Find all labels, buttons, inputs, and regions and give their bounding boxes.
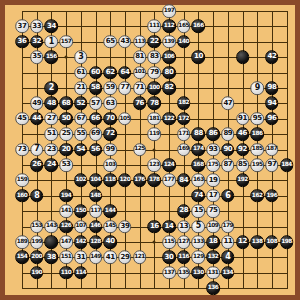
move-number: 42 — [268, 54, 277, 61]
black-stone: 120 — [118, 174, 132, 188]
black-stone: 2 — [45, 81, 59, 95]
white-stone: 15 — [192, 204, 206, 218]
move-number: 116 — [178, 254, 189, 260]
white-stone: 117 — [89, 204, 103, 218]
white-stone: 125 — [133, 143, 147, 157]
move-number: 121 — [134, 254, 145, 260]
black-stone: 22 — [147, 35, 161, 49]
white-stone: 39 — [118, 220, 132, 234]
white-stone: 159 — [15, 174, 29, 188]
white-stone: 71 — [133, 81, 147, 95]
move-number: 127 — [178, 239, 189, 245]
move-number: 185 — [252, 147, 263, 153]
move-number: 99 — [106, 146, 115, 153]
white-stone: 139 — [162, 35, 176, 49]
move-number: 174 — [193, 147, 204, 153]
move-number: 89 — [223, 131, 232, 138]
white-stone: 99 — [103, 143, 117, 157]
move-number: 53 — [62, 161, 71, 168]
move-number: 36 — [18, 38, 27, 45]
move-number: 47 — [223, 100, 232, 107]
black-stone: 190 — [30, 266, 44, 280]
white-stone: 163 — [192, 174, 206, 188]
move-number: 95 — [253, 115, 262, 122]
move-number: 104 — [90, 177, 101, 183]
move-number: 67 — [76, 115, 85, 122]
black-stone: 106 — [162, 50, 176, 64]
move-number: 97 — [268, 161, 277, 168]
black-stone: 102 — [74, 174, 88, 188]
white-stone: 11 — [221, 235, 235, 249]
move-number: 162 — [252, 193, 263, 199]
move-number: 12 — [238, 238, 247, 245]
white-stone: 51 — [45, 127, 59, 141]
white-stone: 169 — [177, 143, 191, 157]
move-number: 82 — [165, 84, 174, 91]
black-stone: 82 — [162, 81, 176, 95]
black-stone: 198 — [280, 235, 294, 249]
move-number: 15 — [194, 208, 203, 215]
white-stone: 165 — [177, 20, 191, 34]
move-number: 30 — [165, 254, 174, 261]
move-number: 1 — [49, 38, 54, 46]
move-number: 135 — [178, 270, 189, 276]
move-number: 126 — [61, 224, 72, 230]
move-number: 14 — [165, 223, 174, 230]
white-stone: 101 — [133, 66, 147, 80]
white-stone: 93 — [206, 143, 220, 157]
move-number: 106 — [164, 54, 175, 60]
black-stone: 24 — [45, 158, 59, 172]
white-stone: 37 — [15, 20, 29, 34]
move-number: 18 — [209, 238, 218, 245]
move-number: 58 — [91, 84, 100, 91]
white-stone: 9 — [250, 81, 264, 95]
white-stone: 175 — [206, 158, 220, 172]
black-stone: 172 — [177, 112, 191, 126]
white-stone: 95 — [250, 112, 264, 126]
black-stone: 194 — [59, 189, 73, 203]
move-number: 29 — [121, 254, 130, 261]
move-number: 7 — [34, 146, 39, 154]
black-stone: 182 — [177, 97, 191, 111]
black-stone: 110 — [59, 266, 73, 280]
move-number: 94 — [268, 100, 277, 107]
black-stone: 144 — [103, 204, 117, 218]
white-stone: 31 — [74, 251, 88, 265]
black-stone: 126 — [59, 220, 73, 234]
move-number: 110 — [61, 270, 72, 276]
move-number: 154 — [17, 254, 28, 260]
move-number: 196 — [267, 193, 278, 199]
white-stone: 29 — [118, 251, 132, 265]
move-number: 48 — [47, 100, 56, 107]
move-number: 61 — [76, 69, 85, 76]
black-stone: 96 — [265, 112, 279, 126]
move-number: 56 — [91, 146, 100, 153]
black-stone: 116 — [177, 251, 191, 265]
black-stone: 74 — [192, 189, 206, 203]
move-number: 49 — [32, 100, 41, 107]
move-number: 25 — [62, 131, 71, 138]
move-number: 149 — [90, 254, 101, 260]
white-stone: 63 — [103, 97, 117, 111]
move-number: 23 — [47, 146, 56, 153]
black-stone: 160 — [15, 189, 29, 203]
black-stone: 94 — [265, 97, 279, 111]
move-number: 132 — [208, 254, 219, 260]
move-number: 70 — [106, 115, 115, 122]
move-number: 198 — [281, 239, 292, 245]
black-stone: 142 — [74, 235, 88, 249]
move-number: 88 — [194, 131, 203, 138]
move-number: 85 — [238, 161, 247, 168]
move-number: 6 — [225, 192, 230, 200]
black-stone: 46 — [236, 127, 250, 141]
move-number: 131 — [208, 270, 219, 276]
black-stone: 80 — [162, 66, 176, 80]
move-number: 9 — [255, 84, 260, 92]
black-stone: 6 — [221, 189, 235, 203]
black-stone: 98 — [265, 81, 279, 95]
black-stone: 122 — [162, 112, 176, 126]
move-number: 141 — [61, 208, 72, 214]
black-stone: 86 — [206, 127, 220, 141]
white-stone: 179 — [221, 220, 235, 234]
move-number: 187 — [267, 147, 278, 153]
move-number: 11 — [223, 238, 232, 245]
black-stone: 34 — [45, 20, 59, 34]
black-stone: 42 — [265, 50, 279, 64]
move-number: 52 — [76, 100, 85, 107]
white-stone: 153 — [30, 220, 44, 234]
move-number: 55 — [76, 131, 85, 138]
white-stone: 197 — [162, 4, 176, 18]
white-stone: 69 — [89, 127, 103, 141]
black-stone: 64 — [118, 66, 132, 80]
move-number: 146 — [90, 224, 101, 230]
move-number: 172 — [178, 116, 189, 122]
move-number: 165 — [178, 23, 189, 29]
move-number: 65 — [106, 38, 115, 45]
white-stone: 131 — [206, 266, 220, 280]
white-stone: 81 — [133, 50, 147, 64]
black-stone: 20 — [59, 143, 73, 157]
move-number: 57 — [91, 100, 100, 107]
move-number: 119 — [149, 131, 160, 137]
black-stone: 78 — [147, 97, 161, 111]
white-stone: 111 — [147, 20, 161, 34]
move-number: 189 — [17, 239, 28, 245]
move-number: 93 — [209, 146, 218, 153]
black-stone: 26 — [30, 158, 44, 172]
move-number: 79 — [150, 69, 159, 76]
black-stone: 68 — [59, 97, 73, 111]
black-stone: 90 — [221, 143, 235, 157]
move-number: 102 — [75, 177, 86, 183]
white-stone: 123 — [147, 158, 161, 172]
move-number: 144 — [105, 208, 116, 214]
move-number: 27 — [47, 115, 56, 122]
move-number: 19 — [209, 177, 218, 184]
black-stone: 84 — [177, 174, 191, 188]
white-stone: 47 — [221, 97, 235, 111]
move-number: 186 — [252, 131, 263, 137]
move-number: 114 — [75, 270, 86, 276]
move-number: 68 — [62, 100, 71, 107]
move-number: 63 — [106, 100, 115, 107]
black-stone: 60 — [89, 66, 103, 80]
move-number: 100 — [149, 85, 160, 91]
move-number: 134 — [222, 270, 233, 276]
white-stone: 115 — [162, 235, 176, 249]
white-stone: 141 — [59, 204, 73, 218]
black-stone — [236, 50, 250, 64]
black-stone: 10 — [192, 50, 206, 64]
move-number: 8 — [34, 192, 39, 200]
move-number: 140 — [178, 39, 189, 45]
move-number: 4 — [225, 253, 230, 261]
move-number: 163 — [193, 177, 204, 183]
white-stone: 177 — [162, 174, 176, 188]
black-stone: 66 — [89, 112, 103, 126]
move-number: 182 — [178, 100, 189, 106]
white-stone: 107 — [74, 220, 88, 234]
move-number: 26 — [32, 161, 41, 168]
hoshi-point — [153, 148, 156, 151]
white-stone: 77 — [118, 81, 132, 95]
white-stone: 143 — [45, 220, 59, 234]
move-number: 181 — [149, 116, 160, 122]
black-stone: 156 — [45, 50, 59, 64]
black-stone: 58 — [89, 81, 103, 95]
white-stone: 33 — [30, 20, 44, 34]
move-number: 72 — [106, 131, 115, 138]
white-stone: 121 — [133, 251, 147, 265]
white-stone: 171 — [177, 127, 191, 141]
white-stone: 19 — [206, 174, 220, 188]
white-stone: 73 — [15, 143, 29, 157]
white-stone: 43 — [118, 35, 132, 49]
move-number: 115 — [164, 239, 175, 245]
move-number: 105 — [120, 116, 131, 122]
move-number: 46 — [238, 131, 247, 138]
black-stone: 28 — [177, 204, 191, 218]
move-number: 35 — [32, 54, 41, 61]
move-number: 21 — [76, 84, 85, 91]
move-number: 64 — [121, 69, 130, 76]
black-stone: 4 — [221, 251, 235, 265]
white-stone: 61 — [74, 66, 88, 80]
black-stone: 40 — [103, 235, 117, 249]
black-stone: 12 — [236, 235, 250, 249]
move-number: 50 — [62, 115, 71, 122]
move-number: 151 — [61, 254, 72, 260]
move-number: 101 — [134, 70, 145, 76]
white-stone: 49 — [30, 97, 44, 111]
move-number: 153 — [31, 224, 42, 230]
move-number: 184 — [281, 162, 292, 168]
move-number: 103 — [105, 162, 116, 168]
black-stone: 16 — [147, 220, 161, 234]
black-stone: 186 — [250, 127, 264, 141]
white-stone: 157 — [59, 35, 73, 49]
black-stone: 100 — [147, 81, 161, 95]
white-stone: 67 — [74, 112, 88, 126]
black-stone: 176 — [133, 174, 147, 188]
black-stone: 150 — [74, 204, 88, 218]
white-stone: 5 — [192, 220, 206, 234]
white-stone: 75 — [206, 204, 220, 218]
move-number: 24 — [47, 161, 56, 168]
black-stone: 50 — [59, 112, 73, 126]
black-stone: 52 — [74, 97, 88, 111]
white-stone: 181 — [147, 112, 161, 126]
white-stone: 55 — [74, 127, 88, 141]
move-number: 71 — [135, 84, 144, 91]
move-number: 111 — [149, 23, 160, 29]
black-stone: 8 — [30, 189, 44, 203]
black-stone: 162 — [250, 189, 264, 203]
white-stone: 7 — [30, 143, 44, 157]
move-number: 139 — [164, 39, 175, 45]
black-stone: 76 — [133, 97, 147, 111]
move-number: 178 — [149, 177, 160, 183]
black-stone: 168 — [192, 158, 206, 172]
move-number: 54 — [76, 146, 85, 153]
white-stone: 3 — [74, 50, 88, 64]
move-number: 122 — [164, 116, 175, 122]
move-number: 129 — [193, 254, 204, 260]
move-number: 51 — [47, 131, 56, 138]
black-stone: 200 — [30, 251, 44, 265]
move-number: 22 — [150, 38, 159, 45]
black-stone: 56 — [89, 143, 103, 157]
move-number: 199 — [31, 239, 42, 245]
white-stone: 57 — [89, 97, 103, 111]
move-number: 90 — [223, 146, 232, 153]
move-number: 128 — [90, 239, 101, 245]
black-stone: 174 — [192, 143, 206, 157]
move-number: 43 — [121, 38, 130, 45]
black-stone: 48 — [45, 97, 59, 111]
black-stone: 88 — [192, 127, 206, 141]
move-number: 192 — [237, 177, 248, 183]
move-number: 171 — [178, 131, 189, 137]
move-number: 13 — [179, 223, 188, 230]
white-stone: 89 — [221, 127, 235, 141]
white-stone: 145 — [103, 220, 117, 234]
white-stone: 79 — [147, 66, 161, 80]
white-stone: 27 — [45, 112, 59, 126]
black-stone: 178 — [147, 174, 161, 188]
black-stone: 30 — [162, 251, 176, 265]
white-stone: 87 — [221, 158, 235, 172]
move-number: 80 — [165, 69, 174, 76]
white-stone: 109 — [206, 220, 220, 234]
move-number: 96 — [268, 115, 277, 122]
white-stone: 187 — [265, 143, 279, 157]
white-stone: 113 — [133, 35, 147, 49]
white-stone: 1 — [45, 35, 59, 49]
move-number: 34 — [47, 23, 56, 30]
black-stone: 112 — [162, 20, 176, 34]
black-stone: 148 — [89, 189, 103, 203]
move-number: 117 — [90, 208, 101, 214]
white-stone: 151 — [59, 251, 73, 265]
move-number: 147 — [61, 239, 72, 245]
move-number: 109 — [208, 224, 219, 230]
move-number: 92 — [238, 146, 247, 153]
white-stone: 189 — [15, 235, 29, 249]
white-stone: 25 — [59, 127, 73, 141]
move-number: 66 — [91, 115, 100, 122]
black-stone: 118 — [103, 174, 117, 188]
white-stone: 35 — [30, 50, 44, 64]
black-stone: 62 — [103, 66, 117, 80]
go-board-diagram: 1973733341111121651663632115765431132213… — [0, 0, 300, 300]
move-number: 157 — [61, 39, 72, 45]
move-number: 38 — [47, 254, 56, 261]
move-number: 17 — [209, 192, 218, 199]
move-number: 32 — [32, 38, 41, 45]
move-number: 133 — [193, 239, 204, 245]
white-stone: 21 — [74, 81, 88, 95]
white-stone: 195 — [250, 158, 264, 172]
white-stone: 105 — [118, 112, 132, 126]
move-number: 73 — [18, 146, 27, 153]
move-number: 45 — [18, 115, 27, 122]
move-number: 87 — [223, 161, 232, 168]
white-stone: 103 — [103, 158, 117, 172]
move-number: 124 — [164, 162, 175, 168]
move-number: 81 — [135, 54, 144, 61]
move-number: 120 — [120, 177, 131, 183]
black-stone: 136 — [206, 281, 220, 295]
move-number: 159 — [17, 177, 28, 183]
white-stone: 59 — [103, 81, 117, 95]
move-number: 84 — [179, 177, 188, 184]
move-number: 118 — [105, 177, 116, 183]
white-stone: 23 — [45, 143, 59, 157]
black-stone — [45, 235, 59, 249]
white-stone: 129 — [192, 251, 206, 265]
move-number: 175 — [208, 162, 219, 168]
move-number: 33 — [32, 23, 41, 30]
white-stone: 185 — [250, 143, 264, 157]
move-number: 168 — [193, 162, 204, 168]
move-number: 75 — [209, 208, 218, 215]
move-number: 40 — [106, 238, 115, 245]
black-stone: 124 — [162, 158, 176, 172]
white-stone: 65 — [103, 35, 117, 49]
move-number: 195 — [252, 162, 263, 168]
move-number: 176 — [134, 177, 145, 183]
move-number: 86 — [209, 131, 218, 138]
hoshi-point — [65, 56, 68, 59]
white-stone: 149 — [89, 251, 103, 265]
move-number: 123 — [149, 162, 160, 168]
black-stone: 32 — [30, 35, 44, 49]
hoshi-point — [153, 241, 156, 244]
white-stone: 97 — [265, 158, 279, 172]
move-number: 10 — [194, 54, 203, 61]
white-stone: 127 — [177, 235, 191, 249]
black-stone: 92 — [236, 143, 250, 157]
move-number: 31 — [76, 254, 85, 261]
move-number: 62 — [106, 69, 115, 76]
move-number: 169 — [178, 147, 189, 153]
